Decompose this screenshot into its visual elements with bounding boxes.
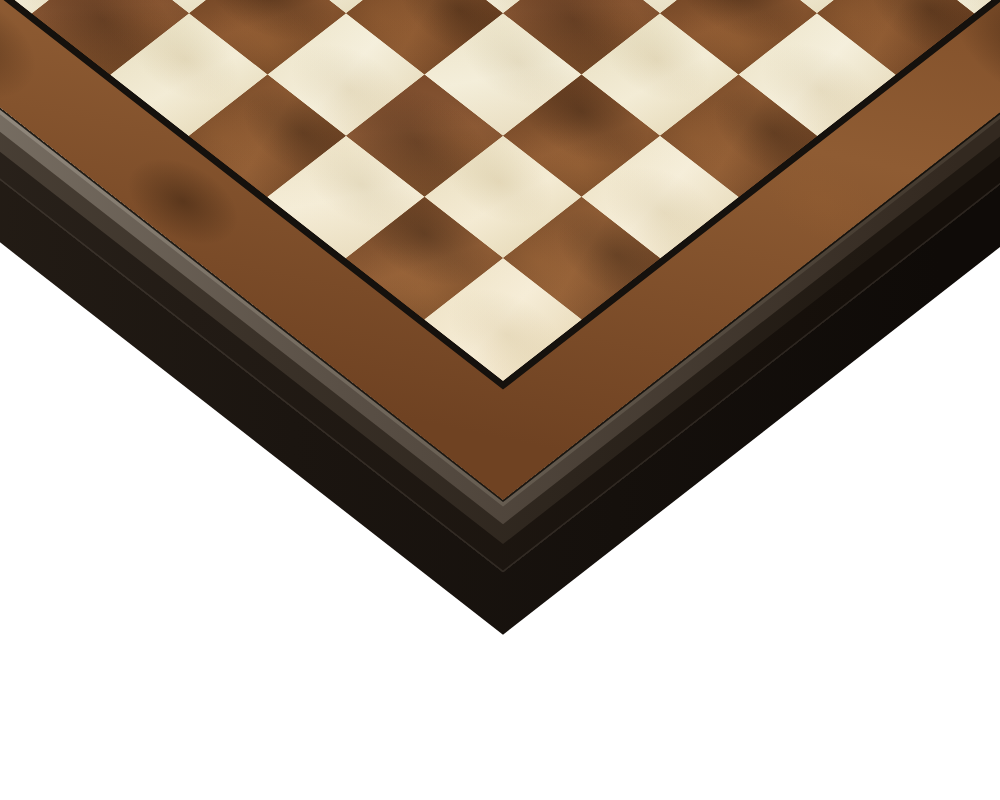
- product-photo-stage: [0, 0, 1000, 800]
- board-molding-lip: [0, 0, 1000, 573]
- chessboard: [0, 0, 1000, 509]
